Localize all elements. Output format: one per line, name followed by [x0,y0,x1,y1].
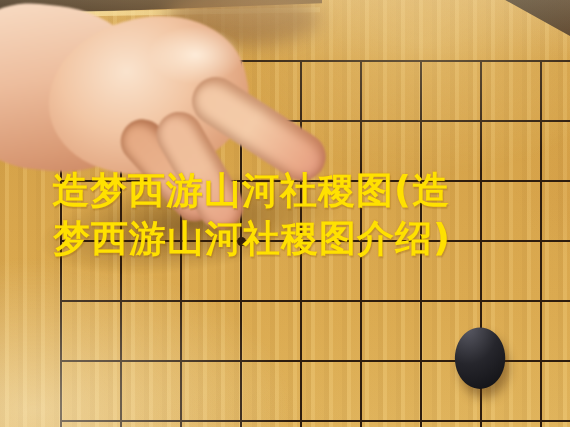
black-stone[interactable]: ● [370,411,470,427]
go-board-photo-scene: ●●●●●●●●●●●●● 造梦西游山河社稷图(造 梦西游山河社稷图介绍) [0,0,570,427]
title-overlay-line-2: 梦西游山河社稷图介绍) [53,214,451,264]
black-stone[interactable]: ● [430,291,530,413]
black-stone[interactable]: ● [550,351,570,427]
title-overlay-line-1: 造梦西游山河社稷图(造 [52,166,450,216]
